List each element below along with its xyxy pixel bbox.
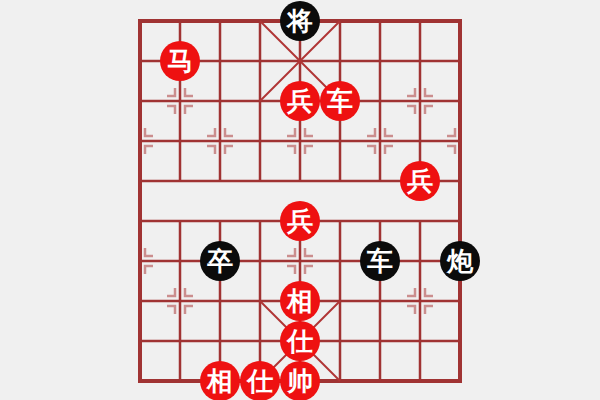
piece-red-horse[interactable]: 马 xyxy=(160,41,200,81)
piece-red-advisor-2[interactable]: 仕 xyxy=(240,361,280,400)
piece-red-advisor-1[interactable]: 仕 xyxy=(280,321,320,361)
piece-black-general[interactable]: 将 xyxy=(280,1,320,41)
piece-red-general[interactable]: 帅 xyxy=(280,361,320,400)
piece-red-pawn-1[interactable]: 兵 xyxy=(280,81,320,121)
xiangqi-app: 将马兵车兵兵卒车炮相仕相仕帅 xyxy=(0,0,600,400)
piece-red-pawn-3[interactable]: 兵 xyxy=(280,201,320,241)
xiangqi-board: 将马兵车兵兵卒车炮相仕相仕帅 xyxy=(120,1,480,400)
piece-black-cannon[interactable]: 炮 xyxy=(440,241,480,281)
piece-red-elephant-1[interactable]: 相 xyxy=(280,281,320,321)
piece-red-chariot[interactable]: 车 xyxy=(320,81,360,121)
piece-black-chariot[interactable]: 车 xyxy=(360,241,400,281)
piece-red-elephant-2[interactable]: 相 xyxy=(200,361,240,400)
piece-black-pawn[interactable]: 卒 xyxy=(200,241,240,281)
piece-red-pawn-2[interactable]: 兵 xyxy=(400,161,440,201)
